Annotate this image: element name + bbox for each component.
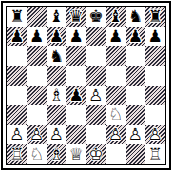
black-bishop: ♝ (48, 8, 65, 25)
square-c5[interactable] (47, 66, 67, 86)
piece-outline: ♕ (68, 146, 85, 163)
square-a1[interactable]: ♜♖ (7, 144, 27, 164)
square-e7[interactable] (86, 27, 106, 47)
square-c6[interactable]: ♞ (47, 46, 67, 66)
square-f7[interactable]: ♟ (106, 27, 126, 47)
square-d1[interactable]: ♛♕ (66, 144, 86, 164)
piece-outline: ♘ (107, 106, 124, 123)
square-b8[interactable] (27, 7, 47, 27)
square-b3[interactable] (27, 105, 47, 125)
piece-outline: ♙ (87, 87, 104, 104)
square-h5[interactable] (145, 66, 165, 86)
square-a4[interactable] (7, 86, 27, 106)
piece-outline: ♖ (147, 146, 164, 163)
square-g4[interactable] (126, 86, 146, 106)
white-pawn: ♟♙ (48, 126, 65, 143)
square-f6[interactable] (106, 46, 126, 66)
piece-outline: ♙ (107, 126, 124, 143)
black-pawn: ♟ (68, 87, 85, 104)
square-e2[interactable] (86, 125, 106, 145)
white-bishop: ♝♗ (48, 87, 65, 104)
square-f4[interactable] (106, 86, 126, 106)
black-bishop: ♝ (107, 8, 124, 25)
square-c7[interactable]: ♟ (47, 27, 67, 47)
square-d8[interactable]: ♛ (66, 7, 86, 27)
square-a3[interactable] (7, 105, 27, 125)
square-g7[interactable]: ♟ (126, 27, 146, 47)
square-h3[interactable] (145, 105, 165, 125)
black-rook: ♜ (147, 8, 164, 25)
black-pawn: ♟ (68, 28, 85, 45)
square-a7[interactable]: ♟ (7, 27, 27, 47)
square-h8[interactable]: ♜ (145, 7, 165, 27)
black-knight: ♞ (48, 48, 65, 65)
square-e4[interactable]: ♟♙ (86, 86, 106, 106)
square-g8[interactable]: ♞ (126, 7, 146, 27)
piece-outline: ♙ (127, 126, 144, 143)
black-pawn: ♟ (48, 28, 65, 45)
black-knight: ♞ (127, 8, 144, 25)
square-a2[interactable]: ♟♙ (7, 125, 27, 145)
square-b7[interactable]: ♟ (27, 27, 47, 47)
square-c2[interactable]: ♟♙ (47, 125, 67, 145)
square-e3[interactable] (86, 105, 106, 125)
square-d6[interactable] (66, 46, 86, 66)
black-pawn: ♟ (127, 28, 144, 45)
white-rook: ♜♖ (8, 146, 25, 163)
square-d2[interactable] (66, 125, 86, 145)
white-pawn: ♟♙ (127, 126, 144, 143)
board-frame: ♜♝♛♚♝♞♜♟♟♟♟♟♟♟♞♝♗♟♟♙♞♘♟♙♟♙♟♙♟♙♟♙♟♙♜♖♞♘♝♗… (1, 1, 171, 170)
square-f8[interactable]: ♝ (106, 7, 126, 27)
square-e5[interactable] (86, 66, 106, 86)
piece-outline: ♙ (8, 126, 25, 143)
square-g5[interactable] (126, 66, 146, 86)
white-bishop: ♝♗ (48, 146, 65, 163)
square-g6[interactable] (126, 46, 146, 66)
white-king: ♚♔ (87, 146, 104, 163)
square-f3[interactable]: ♞♘ (106, 105, 126, 125)
square-e6[interactable] (86, 46, 106, 66)
black-pawn: ♟ (8, 28, 25, 45)
piece-outline: ♘ (28, 146, 45, 163)
square-a5[interactable] (7, 66, 27, 86)
piece-outline: ♖ (8, 146, 25, 163)
square-d4[interactable]: ♟ (66, 86, 86, 106)
white-pawn: ♟♙ (28, 126, 45, 143)
black-queen: ♛ (68, 8, 85, 25)
square-b2[interactable]: ♟♙ (27, 125, 47, 145)
black-king: ♚ (87, 8, 104, 25)
square-h1[interactable]: ♜♖ (145, 144, 165, 164)
square-b1[interactable]: ♞♘ (27, 144, 47, 164)
piece-outline: ♗ (48, 87, 65, 104)
square-d5[interactable] (66, 66, 86, 86)
white-pawn: ♟♙ (147, 126, 164, 143)
black-pawn: ♟ (147, 28, 164, 45)
white-knight: ♞♘ (107, 106, 124, 123)
square-d7[interactable]: ♟ (66, 27, 86, 47)
square-f1[interactable] (106, 144, 126, 164)
square-b5[interactable] (27, 66, 47, 86)
square-e1[interactable]: ♚♔ (86, 144, 106, 164)
square-b4[interactable] (27, 86, 47, 106)
square-a8[interactable]: ♜ (7, 7, 27, 27)
white-pawn: ♟♙ (8, 126, 25, 143)
piece-outline: ♙ (147, 126, 164, 143)
square-c8[interactable]: ♝ (47, 7, 67, 27)
square-h2[interactable]: ♟♙ (145, 125, 165, 145)
white-pawn: ♟♙ (87, 87, 104, 104)
piece-outline: ♗ (48, 146, 65, 163)
white-pawn: ♟♙ (107, 126, 124, 143)
black-pawn: ♟ (107, 28, 124, 45)
piece-outline: ♙ (28, 126, 45, 143)
square-c3[interactable] (47, 105, 67, 125)
square-f5[interactable] (106, 66, 126, 86)
black-rook: ♜ (8, 8, 25, 25)
board: ♜♝♛♚♝♞♜♟♟♟♟♟♟♟♞♝♗♟♟♙♞♘♟♙♟♙♟♙♟♙♟♙♟♙♜♖♞♘♝♗… (6, 6, 166, 165)
square-c1[interactable]: ♝♗ (47, 144, 67, 164)
square-a6[interactable] (7, 46, 27, 66)
square-b6[interactable] (27, 46, 47, 66)
square-h7[interactable]: ♟ (145, 27, 165, 47)
black-pawn: ♟ (28, 28, 45, 45)
square-h4[interactable] (145, 86, 165, 106)
square-e8[interactable]: ♚ (86, 7, 106, 27)
square-c4[interactable]: ♝♗ (47, 86, 67, 106)
square-d3[interactable] (66, 105, 86, 125)
white-rook: ♜♖ (147, 146, 164, 163)
square-f2[interactable]: ♟♙ (106, 125, 126, 145)
square-g1[interactable] (126, 144, 146, 164)
square-h6[interactable] (145, 46, 165, 66)
chess-diagram: ♜♝♛♚♝♞♜♟♟♟♟♟♟♟♞♝♗♟♟♙♞♘♟♙♟♙♟♙♟♙♟♙♟♙♜♖♞♘♝♗… (0, 0, 173, 172)
square-g2[interactable]: ♟♙ (126, 125, 146, 145)
square-g3[interactable] (126, 105, 146, 125)
white-knight: ♞♘ (28, 146, 45, 163)
piece-outline: ♔ (87, 146, 104, 163)
piece-outline: ♙ (48, 126, 65, 143)
white-queen: ♛♕ (68, 146, 85, 163)
